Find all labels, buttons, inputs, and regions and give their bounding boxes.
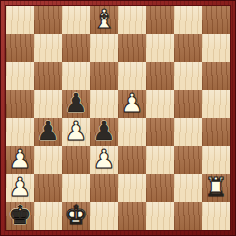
- square-g2[interactable]: [174, 174, 202, 202]
- square-e3[interactable]: [118, 146, 146, 174]
- square-h7[interactable]: [202, 34, 230, 62]
- square-f5[interactable]: [146, 90, 174, 118]
- square-d8[interactable]: ♝: [90, 6, 118, 34]
- square-h8[interactable]: [202, 6, 230, 34]
- square-e7[interactable]: [118, 34, 146, 62]
- square-c7[interactable]: [62, 34, 90, 62]
- square-b7[interactable]: [34, 34, 62, 62]
- square-c1[interactable]: ♚: [62, 202, 90, 230]
- square-f4[interactable]: [146, 118, 174, 146]
- black-king[interactable]: ♚: [8, 202, 31, 228]
- white-rook[interactable]: ♜: [204, 174, 227, 200]
- square-f1[interactable]: [146, 202, 174, 230]
- square-h4[interactable]: [202, 118, 230, 146]
- square-b6[interactable]: [34, 62, 62, 90]
- black-pawn[interactable]: ♟: [64, 90, 87, 116]
- chess-board: ♝♟♟♟♟♟♟♟♟♜♚♚: [6, 6, 230, 230]
- square-g3[interactable]: [174, 146, 202, 174]
- square-e8[interactable]: [118, 6, 146, 34]
- square-g6[interactable]: [174, 62, 202, 90]
- white-pawn[interactable]: ♟: [8, 174, 31, 200]
- square-h1[interactable]: [202, 202, 230, 230]
- square-h5[interactable]: [202, 90, 230, 118]
- square-f2[interactable]: [146, 174, 174, 202]
- white-pawn[interactable]: ♟: [8, 146, 31, 172]
- black-pawn[interactable]: ♟: [92, 118, 115, 144]
- square-e5[interactable]: ♟: [118, 90, 146, 118]
- square-g7[interactable]: [174, 34, 202, 62]
- square-d3[interactable]: ♟: [90, 146, 118, 174]
- square-f3[interactable]: [146, 146, 174, 174]
- square-b4[interactable]: ♟: [34, 118, 62, 146]
- square-g1[interactable]: [174, 202, 202, 230]
- white-bishop[interactable]: ♝: [92, 6, 115, 32]
- white-king[interactable]: ♚: [64, 202, 87, 228]
- square-d1[interactable]: [90, 202, 118, 230]
- chess-board-frame: ♝♟♟♟♟♟♟♟♟♜♚♚: [0, 0, 236, 236]
- square-c5[interactable]: ♟: [62, 90, 90, 118]
- square-d6[interactable]: [90, 62, 118, 90]
- square-d4[interactable]: ♟: [90, 118, 118, 146]
- square-f7[interactable]: [146, 34, 174, 62]
- square-b1[interactable]: [34, 202, 62, 230]
- white-pawn[interactable]: ♟: [64, 118, 87, 144]
- square-a3[interactable]: ♟: [6, 146, 34, 174]
- square-h3[interactable]: [202, 146, 230, 174]
- square-c8[interactable]: [62, 6, 90, 34]
- square-h2[interactable]: ♜: [202, 174, 230, 202]
- square-a4[interactable]: [6, 118, 34, 146]
- square-a7[interactable]: [6, 34, 34, 62]
- square-b3[interactable]: [34, 146, 62, 174]
- square-e4[interactable]: [118, 118, 146, 146]
- square-f6[interactable]: [146, 62, 174, 90]
- square-b2[interactable]: [34, 174, 62, 202]
- square-b8[interactable]: [34, 6, 62, 34]
- square-c4[interactable]: ♟: [62, 118, 90, 146]
- square-d5[interactable]: [90, 90, 118, 118]
- white-pawn[interactable]: ♟: [92, 146, 115, 172]
- square-d2[interactable]: [90, 174, 118, 202]
- square-e6[interactable]: [118, 62, 146, 90]
- square-c2[interactable]: [62, 174, 90, 202]
- square-a1[interactable]: ♚: [6, 202, 34, 230]
- square-b5[interactable]: [34, 90, 62, 118]
- square-e2[interactable]: [118, 174, 146, 202]
- white-pawn[interactable]: ♟: [120, 90, 143, 116]
- square-f8[interactable]: [146, 6, 174, 34]
- black-pawn[interactable]: ♟: [36, 118, 59, 144]
- square-h6[interactable]: [202, 62, 230, 90]
- square-c3[interactable]: [62, 146, 90, 174]
- square-g4[interactable]: [174, 118, 202, 146]
- square-c6[interactable]: [62, 62, 90, 90]
- square-a5[interactable]: [6, 90, 34, 118]
- square-d7[interactable]: [90, 34, 118, 62]
- square-a6[interactable]: [6, 62, 34, 90]
- square-g8[interactable]: [174, 6, 202, 34]
- square-e1[interactable]: [118, 202, 146, 230]
- square-g5[interactable]: [174, 90, 202, 118]
- square-a8[interactable]: [6, 6, 34, 34]
- square-a2[interactable]: ♟: [6, 174, 34, 202]
